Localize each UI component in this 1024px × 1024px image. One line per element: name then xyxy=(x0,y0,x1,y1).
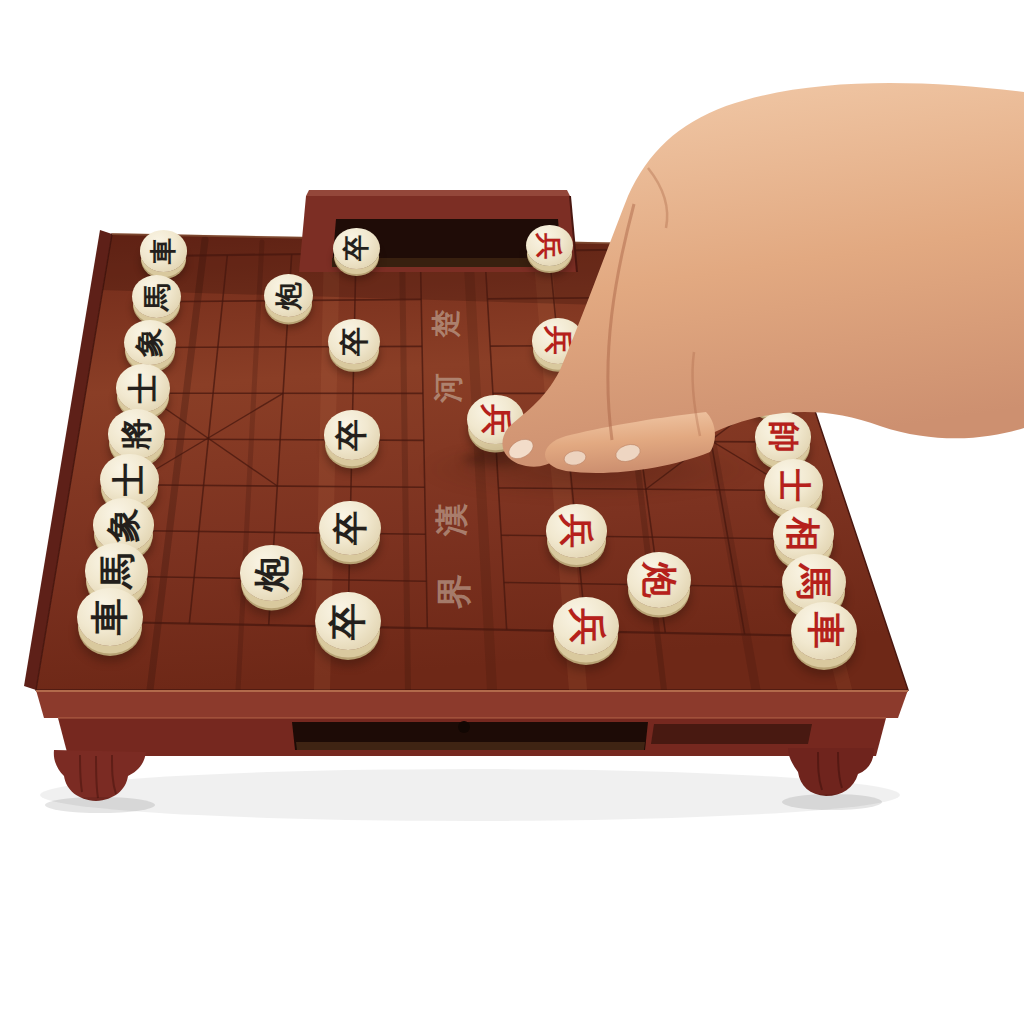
xiangqi-photo-scene: 楚河漢界 車馬象士將士象馬車炮炮卒卒卒卒卒車馬相士帥士相馬車炮炮兵兵兵兵兵 xyxy=(0,0,1024,1024)
player-hand xyxy=(0,0,1024,1024)
hand-and-forearm xyxy=(502,83,1024,473)
